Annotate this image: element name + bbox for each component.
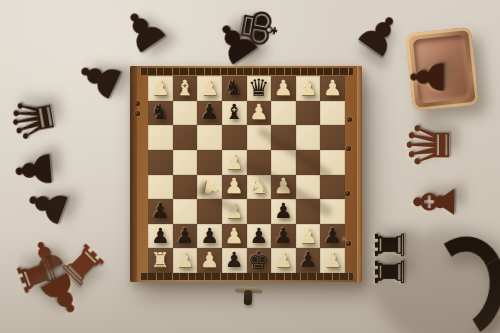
- board-clasp: [235, 286, 264, 311]
- board-square-e1[interactable]: ♚: [247, 248, 272, 273]
- frame-pin-icon: [347, 117, 352, 122]
- board-grid: ♟♝♟♞♛♟♟♟♞♟♝♟♟♟♟♞♟♟♟♟♟♟♟♟♟♟♟♟♜♟♟♟♚♟♟♟: [148, 76, 345, 273]
- mahogany-queen-lying: ♛: [400, 119, 458, 171]
- board-square-g8[interactable]: ♟: [296, 76, 321, 101]
- black-p-piece-e2: ♟: [249, 226, 268, 247]
- board-square-b4[interactable]: [173, 175, 198, 200]
- board-square-h1[interactable]: ♟: [320, 248, 345, 273]
- black-p-piece-c7: ♟: [200, 102, 219, 123]
- board-square-b1[interactable]: ♟: [173, 248, 198, 273]
- board-square-d1[interactable]: ♟: [222, 248, 247, 273]
- black-k-piece-e1: ♚: [248, 249, 270, 273]
- white-p-piece-h8: ♟: [323, 78, 342, 99]
- black-p-piece-g1: ♟: [299, 250, 318, 271]
- board-frame-right-edge: [357, 66, 362, 282]
- board-square-b6[interactable]: [173, 125, 198, 150]
- black-p-piece-a2: ♟: [151, 226, 170, 247]
- board-square-c8[interactable]: ♟: [197, 76, 222, 101]
- board-square-b5[interactable]: [173, 150, 198, 175]
- board-square-f1[interactable]: ♟: [271, 248, 296, 273]
- black-b-piece-d7: ♝: [225, 102, 244, 123]
- board-square-d5[interactable]: ♟: [222, 150, 247, 175]
- board-square-d2[interactable]: ♟: [222, 224, 247, 249]
- white-p-piece-f1: ♟: [274, 250, 293, 271]
- black-p-piece-h2: ♟: [323, 226, 342, 247]
- board-square-d7[interactable]: ♝: [222, 101, 247, 126]
- black-rook-lying-2: ♜: [370, 254, 410, 290]
- frame-pin-icon: [135, 111, 140, 116]
- board-square-b8[interactable]: ♝: [173, 76, 198, 101]
- board-square-a5[interactable]: [148, 150, 173, 175]
- board-square-a7[interactable]: ♞: [148, 101, 173, 126]
- black-p-piece-f2: ♟: [274, 226, 293, 247]
- board-square-f3[interactable]: ♟: [271, 199, 296, 224]
- black-n-piece-a7: ♞: [151, 102, 170, 123]
- black-p-piece-a3: ♟: [151, 201, 170, 222]
- white-p-piece-f8: ♟: [274, 78, 293, 99]
- board-square-e2[interactable]: ♟: [247, 224, 272, 249]
- white-p-piece-b1: ♟: [176, 250, 195, 271]
- board-square-e8[interactable]: ♛: [247, 76, 272, 101]
- white-b-piece-b8: ♝: [176, 78, 195, 99]
- ebony-pawn-4: ♟: [17, 177, 77, 234]
- black-p-piece-f3: ♟: [274, 201, 293, 222]
- board-square-e7[interactable]: ♟: [247, 101, 272, 126]
- board-square-c6[interactable]: [197, 125, 222, 150]
- frame-pin-icon: [346, 241, 351, 246]
- board-square-h4[interactable]: [320, 175, 345, 200]
- board-square-c1[interactable]: ♟: [197, 248, 222, 273]
- board-square-b2[interactable]: ♟: [173, 224, 198, 249]
- board-square-a8[interactable]: ♟: [148, 76, 173, 101]
- white-p-piece-g8: ♟: [299, 78, 318, 99]
- board-square-h6[interactable]: [320, 125, 345, 150]
- white-p-piece-h1: ♟: [323, 250, 342, 271]
- board-square-g1[interactable]: ♟: [296, 248, 321, 273]
- board-square-a6[interactable]: [148, 125, 173, 150]
- white-p-piece-c8: ♟: [200, 78, 219, 99]
- white-r-piece-a1: ♜: [151, 250, 170, 271]
- white-p-piece-c1: ♟: [200, 250, 219, 271]
- board-square-f2[interactable]: ♟: [271, 224, 296, 249]
- board-square-a2[interactable]: ♟: [148, 224, 173, 249]
- white-p-piece-a8: ♟: [151, 78, 170, 99]
- frame-pin-icon: [345, 191, 350, 196]
- board-square-g2[interactable]: ♟: [296, 224, 321, 249]
- black-p-piece-b2: ♟: [176, 226, 195, 247]
- frame-pin-icon: [135, 101, 140, 106]
- board-square-c5[interactable]: [197, 150, 222, 175]
- black-q-piece-e8: ♛: [248, 76, 270, 100]
- tabletop-scene: ♟♝♟♞♛♟♟♟♞♟♝♟♟♟♟♞♟♟♟♟♟♟♟♟♟♟♟♟♜♟♟♟♚♟♟♟ R♟♟…: [0, 0, 500, 333]
- board-square-e3[interactable]: [247, 199, 272, 224]
- white-p-piece-d2: ♟: [225, 226, 244, 247]
- mahogany-bishop-lying: ♝: [407, 177, 463, 227]
- ebony-pawn-2: ♟: [67, 47, 131, 109]
- board-square-c2[interactable]: ♟: [197, 224, 222, 249]
- board-square-c7[interactable]: ♟: [197, 101, 222, 126]
- black-p-piece-d1: ♟: [225, 250, 244, 271]
- board-square-a4[interactable]: [148, 175, 173, 200]
- board-square-b3[interactable]: [173, 199, 198, 224]
- dark-knob-by-box: ♟: [405, 56, 451, 97]
- white-p-piece-d4: ♟: [225, 176, 244, 197]
- board-square-d4[interactable]: ♟: [222, 175, 247, 200]
- frame-carved-letter: R: [342, 235, 346, 242]
- board-square-b7[interactable]: [173, 101, 198, 126]
- ebony-pawn-1: ♟: [111, 0, 176, 63]
- white-p-piece-g2: ♟: [299, 226, 318, 247]
- frame-inlay-bottom: [140, 273, 353, 280]
- clasp-pendant-icon: [244, 290, 253, 305]
- board-square-f7[interactable]: [271, 101, 296, 126]
- board-frame-left-edge: [130, 66, 137, 282]
- board-square-g6[interactable]: [296, 125, 321, 150]
- white-p-piece-e7: ♟: [249, 102, 268, 123]
- board-square-d8[interactable]: ♞: [222, 76, 247, 101]
- board-square-a1[interactable]: ♜: [148, 248, 173, 273]
- board-square-a3[interactable]: ♟: [148, 199, 173, 224]
- board-square-h7[interactable]: [320, 101, 345, 126]
- white-p-piece-d5: ♟: [225, 152, 244, 173]
- board-square-f8[interactable]: ♟: [271, 76, 296, 101]
- black-p-piece-c2: ♟: [200, 226, 219, 247]
- ebony-queen: ♛: [3, 90, 65, 147]
- frame-pin-icon: [346, 146, 351, 151]
- black-n-piece-d8: ♞: [225, 78, 244, 99]
- board-square-h8[interactable]: ♟: [320, 76, 345, 101]
- board-square-g7[interactable]: [296, 101, 321, 126]
- board-square-d6[interactable]: [222, 125, 247, 150]
